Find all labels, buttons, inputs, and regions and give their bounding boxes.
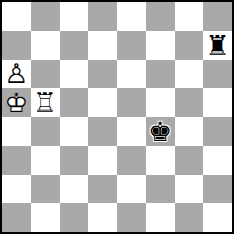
square-g2[interactable] — [175, 175, 204, 204]
white-rook-glyph: ♖ — [33, 87, 57, 118]
square-d4[interactable] — [88, 117, 117, 146]
square-b8[interactable] — [31, 2, 60, 31]
chess-board-frame: ♜♟♙♚♔♜♖♚ — [0, 0, 234, 234]
square-f2[interactable] — [146, 175, 175, 204]
square-h2[interactable] — [203, 175, 232, 204]
square-e1[interactable] — [117, 203, 146, 232]
square-f4[interactable]: ♚ — [146, 117, 175, 146]
square-a4[interactable] — [2, 117, 31, 146]
square-d7[interactable] — [88, 31, 117, 60]
white-king-glyph: ♔ — [4, 87, 28, 118]
square-c6[interactable] — [60, 60, 89, 89]
square-d8[interactable] — [88, 2, 117, 31]
square-g3[interactable] — [175, 146, 204, 175]
square-d5[interactable] — [88, 88, 117, 117]
square-b7[interactable] — [31, 31, 60, 60]
square-e3[interactable] — [117, 146, 146, 175]
square-e6[interactable] — [117, 60, 146, 89]
square-c4[interactable] — [60, 117, 89, 146]
black-rook-glyph: ♜ — [206, 30, 230, 61]
square-e5[interactable] — [117, 88, 146, 117]
square-a5[interactable]: ♚♔ — [2, 88, 31, 117]
square-f1[interactable] — [146, 203, 175, 232]
square-h3[interactable] — [203, 146, 232, 175]
square-a6[interactable]: ♟♙ — [2, 60, 31, 89]
square-b3[interactable] — [31, 146, 60, 175]
square-e2[interactable] — [117, 175, 146, 204]
square-f7[interactable] — [146, 31, 175, 60]
square-b6[interactable] — [31, 60, 60, 89]
square-g5[interactable] — [175, 88, 204, 117]
square-b5[interactable]: ♜♖ — [31, 88, 60, 117]
square-a3[interactable] — [2, 146, 31, 175]
square-f6[interactable] — [146, 60, 175, 89]
black-king-glyph: ♚ — [148, 116, 172, 147]
white-pawn-piece-icon: ♟♙ — [4, 60, 28, 87]
square-a8[interactable] — [2, 2, 31, 31]
square-c3[interactable] — [60, 146, 89, 175]
square-f5[interactable] — [146, 88, 175, 117]
square-d6[interactable] — [88, 60, 117, 89]
square-h7[interactable]: ♜ — [203, 31, 232, 60]
square-f3[interactable] — [146, 146, 175, 175]
square-h6[interactable] — [203, 60, 232, 89]
square-d2[interactable] — [88, 175, 117, 204]
square-d3[interactable] — [88, 146, 117, 175]
square-h8[interactable] — [203, 2, 232, 31]
square-a1[interactable] — [2, 203, 31, 232]
white-rook-piece-icon: ♜♖ — [33, 89, 57, 116]
square-e7[interactable] — [117, 31, 146, 60]
square-g4[interactable] — [175, 117, 204, 146]
square-c5[interactable] — [60, 88, 89, 117]
white-king-piece-icon: ♚♔ — [4, 89, 28, 116]
square-h5[interactable] — [203, 88, 232, 117]
square-e8[interactable] — [117, 2, 146, 31]
square-g8[interactable] — [175, 2, 204, 31]
square-g7[interactable] — [175, 31, 204, 60]
square-g1[interactable] — [175, 203, 204, 232]
square-c8[interactable] — [60, 2, 89, 31]
square-c2[interactable] — [60, 175, 89, 204]
square-a7[interactable] — [2, 31, 31, 60]
square-e4[interactable] — [117, 117, 146, 146]
white-pawn-glyph: ♙ — [4, 58, 28, 89]
square-d1[interactable] — [88, 203, 117, 232]
square-f8[interactable] — [146, 2, 175, 31]
square-c7[interactable] — [60, 31, 89, 60]
square-a2[interactable] — [2, 175, 31, 204]
chess-board: ♜♟♙♚♔♜♖♚ — [2, 2, 232, 232]
square-b1[interactable] — [31, 203, 60, 232]
square-g6[interactable] — [175, 60, 204, 89]
black-king-piece-icon: ♚ — [148, 118, 172, 145]
square-h4[interactable] — [203, 117, 232, 146]
square-b4[interactable] — [31, 117, 60, 146]
square-h1[interactable] — [203, 203, 232, 232]
square-b2[interactable] — [31, 175, 60, 204]
black-rook-piece-icon: ♜ — [206, 32, 230, 59]
square-c1[interactable] — [60, 203, 89, 232]
